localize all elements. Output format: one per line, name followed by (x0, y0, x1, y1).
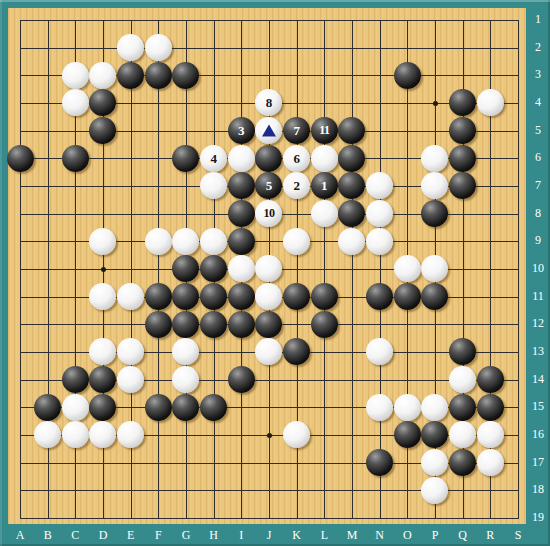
column-label: L (313, 528, 335, 543)
black-stone (394, 62, 421, 89)
white-stone (421, 394, 448, 421)
column-label: R (479, 528, 501, 543)
column-label: F (147, 528, 169, 543)
black-stone (200, 255, 227, 282)
white-stone (145, 34, 172, 61)
white-stone: 10 (255, 200, 282, 227)
move-number-label: 1 (311, 172, 338, 199)
move-number-label: 2 (283, 172, 310, 199)
white-stone (200, 172, 227, 199)
black-stone (145, 283, 172, 310)
white-stone (255, 283, 282, 310)
black-stone (338, 172, 365, 199)
white-stone (477, 89, 504, 116)
star-point (101, 267, 106, 272)
black-stone (145, 394, 172, 421)
black-stone (421, 421, 448, 448)
grid-line-vertical (518, 20, 519, 519)
white-stone (421, 145, 448, 172)
black-stone (394, 283, 421, 310)
column-label: G (175, 528, 197, 543)
black-stone (449, 89, 476, 116)
row-label: 4 (526, 95, 550, 110)
white-stone (89, 228, 116, 255)
white-stone (477, 449, 504, 476)
star-point (433, 101, 438, 106)
black-stone (172, 311, 199, 338)
black-stone (477, 394, 504, 421)
move-number-label: 7 (283, 117, 310, 144)
row-label: 16 (526, 427, 550, 442)
column-label: A (9, 528, 31, 543)
white-stone (172, 228, 199, 255)
white-stone (421, 477, 448, 504)
black-stone (255, 311, 282, 338)
row-label: 5 (526, 123, 550, 138)
white-stone: 4 (200, 145, 227, 172)
black-stone (255, 145, 282, 172)
black-stone: 3 (228, 117, 255, 144)
move-number-label: 5 (255, 172, 282, 199)
white-stone (366, 394, 393, 421)
row-label: 10 (526, 261, 550, 276)
go-diagram: 837114652110 ABCDEFGHIJKLMNOPQRS 1234567… (0, 0, 550, 546)
black-stone: 11 (311, 117, 338, 144)
row-label: 17 (526, 455, 550, 470)
black-stone (62, 145, 89, 172)
row-label: 9 (526, 233, 550, 248)
white-stone (89, 283, 116, 310)
black-stone (172, 255, 199, 282)
white-stone (366, 228, 393, 255)
black-stone: 1 (311, 172, 338, 199)
move-number-label: 3 (228, 117, 255, 144)
black-stone (172, 145, 199, 172)
black-stone (366, 283, 393, 310)
row-label: 15 (526, 399, 550, 414)
white-stone (89, 421, 116, 448)
black-stone (7, 145, 34, 172)
white-stone (311, 200, 338, 227)
black-stone: 5 (255, 172, 282, 199)
white-stone (117, 283, 144, 310)
white-stone (449, 366, 476, 393)
white-stone (34, 421, 61, 448)
triangle-marker-icon (262, 124, 276, 136)
black-stone (172, 283, 199, 310)
row-label: 18 (526, 482, 550, 497)
black-stone (200, 394, 227, 421)
grid-line-vertical (324, 20, 325, 519)
row-label: 7 (526, 178, 550, 193)
column-label: S (507, 528, 529, 543)
white-stone: 6 (283, 145, 310, 172)
white-stone (394, 394, 421, 421)
white-stone (89, 62, 116, 89)
black-stone (62, 366, 89, 393)
black-stone (172, 62, 199, 89)
row-label: 13 (526, 344, 550, 359)
black-stone (228, 366, 255, 393)
black-stone (89, 117, 116, 144)
black-stone (228, 311, 255, 338)
white-stone (421, 172, 448, 199)
star-point (267, 433, 272, 438)
white-stone (145, 228, 172, 255)
column-label: O (396, 528, 418, 543)
white-stone (366, 338, 393, 365)
white-stone (228, 145, 255, 172)
grid-line-horizontal (20, 518, 519, 519)
move-number-label: 4 (200, 144, 227, 171)
black-stone (145, 311, 172, 338)
black-stone (421, 200, 448, 227)
row-label: 8 (526, 206, 550, 221)
white-stone: 8 (255, 89, 282, 116)
black-stone (117, 62, 144, 89)
white-stone (366, 172, 393, 199)
black-stone (366, 449, 393, 476)
white-stone (394, 255, 421, 282)
grid-line-vertical (352, 20, 353, 519)
black-stone (421, 283, 448, 310)
white-stone (311, 145, 338, 172)
row-label: 6 (526, 150, 550, 165)
white-stone (255, 117, 282, 144)
black-stone (449, 145, 476, 172)
black-stone (449, 394, 476, 421)
black-stone (338, 145, 365, 172)
black-stone (228, 172, 255, 199)
black-stone (338, 117, 365, 144)
black-stone (228, 200, 255, 227)
black-stone (311, 311, 338, 338)
white-stone (449, 421, 476, 448)
black-stone (228, 228, 255, 255)
row-label: 3 (526, 67, 550, 82)
black-stone (283, 338, 310, 365)
white-stone (172, 366, 199, 393)
white-stone (283, 421, 310, 448)
row-label: 2 (526, 40, 550, 55)
row-label: 14 (526, 372, 550, 387)
black-stone (394, 421, 421, 448)
row-label: 11 (526, 289, 550, 304)
white-stone (62, 62, 89, 89)
row-label: 1 (526, 12, 550, 27)
white-stone (117, 366, 144, 393)
black-stone (200, 283, 227, 310)
column-label: Q (452, 528, 474, 543)
white-stone (477, 421, 504, 448)
white-stone (62, 421, 89, 448)
column-label: D (92, 528, 114, 543)
white-stone (421, 255, 448, 282)
move-number-label: 11 (311, 117, 338, 144)
white-stone (338, 228, 365, 255)
white-stone (421, 449, 448, 476)
board-frame: 837114652110 ABCDEFGHIJKLMNOPQRS 1234567… (0, 0, 550, 546)
black-stone (228, 283, 255, 310)
black-stone (311, 283, 338, 310)
white-stone (283, 228, 310, 255)
column-label: J (258, 528, 280, 543)
move-number-label: 6 (283, 144, 310, 171)
move-number-label: 8 (255, 89, 282, 116)
white-stone (228, 255, 255, 282)
white-stone (172, 338, 199, 365)
column-label: C (64, 528, 86, 543)
column-label: E (120, 528, 142, 543)
black-stone: 7 (283, 117, 310, 144)
black-stone (89, 89, 116, 116)
row-label: 12 (526, 316, 550, 331)
black-stone (449, 117, 476, 144)
black-stone (449, 338, 476, 365)
black-stone (477, 366, 504, 393)
white-stone (89, 338, 116, 365)
white-stone (255, 338, 282, 365)
white-stone (117, 34, 144, 61)
black-stone (449, 449, 476, 476)
column-label: M (341, 528, 363, 543)
white-stone (366, 200, 393, 227)
black-stone (145, 62, 172, 89)
column-label: I (230, 528, 252, 543)
white-stone (117, 421, 144, 448)
black-stone (449, 172, 476, 199)
white-stone (62, 394, 89, 421)
black-stone (89, 394, 116, 421)
column-label: H (203, 528, 225, 543)
grid-line-vertical (380, 20, 381, 519)
white-stone: 2 (283, 172, 310, 199)
white-stone (255, 255, 282, 282)
column-label: K (286, 528, 308, 543)
black-stone (200, 311, 227, 338)
move-number-label: 10 (255, 200, 282, 227)
white-stone (117, 338, 144, 365)
row-label: 19 (526, 510, 550, 525)
white-stone (62, 89, 89, 116)
column-label: N (369, 528, 391, 543)
go-board[interactable]: 837114652110 (8, 8, 526, 524)
white-stone (200, 228, 227, 255)
black-stone (172, 394, 199, 421)
black-stone (283, 283, 310, 310)
column-label: B (37, 528, 59, 543)
black-stone (34, 394, 61, 421)
black-stone (338, 200, 365, 227)
black-stone (89, 366, 116, 393)
column-label: P (424, 528, 446, 543)
